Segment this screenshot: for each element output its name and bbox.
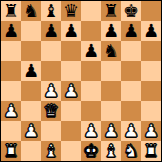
square-b5[interactable]: ♟ <box>21 61 41 81</box>
square-b3[interactable] <box>21 101 41 121</box>
white-bishop-piece: ♝ <box>103 141 119 161</box>
square-h5[interactable] <box>141 61 161 81</box>
square-e4[interactable] <box>81 81 101 101</box>
square-a4[interactable] <box>1 81 21 101</box>
square-f5[interactable] <box>101 61 121 81</box>
white-pawn-piece: ♟ <box>3 101 19 121</box>
chess-board: ♜♞♝♛♜♚♟♟♟♟♟♟♟♞♟♟♟♟♛♟♟♟♟♟♜♝♚♝♞♜ <box>0 0 162 162</box>
square-a6[interactable] <box>1 41 21 61</box>
square-c7[interactable]: ♟ <box>41 21 61 41</box>
square-f2[interactable]: ♟ <box>101 121 121 141</box>
black-king-piece: ♚ <box>123 1 139 21</box>
square-c1[interactable]: ♝ <box>41 141 61 161</box>
black-pawn-piece: ♟ <box>23 61 39 81</box>
square-g7[interactable]: ♟ <box>121 21 141 41</box>
square-a1[interactable]: ♜ <box>1 141 21 161</box>
square-e1[interactable]: ♚ <box>81 141 101 161</box>
square-g2[interactable]: ♟ <box>121 121 141 141</box>
square-b4[interactable] <box>21 81 41 101</box>
square-h8[interactable] <box>141 1 161 21</box>
square-e6[interactable]: ♟ <box>81 41 101 61</box>
square-b7[interactable] <box>21 21 41 41</box>
square-c3[interactable]: ♛ <box>41 101 61 121</box>
square-d6[interactable] <box>61 41 81 61</box>
black-knight-piece: ♞ <box>103 41 119 61</box>
white-king-piece: ♚ <box>83 141 99 161</box>
square-h1[interactable]: ♜ <box>141 141 161 161</box>
square-e3[interactable] <box>81 101 101 121</box>
black-queen-piece: ♛ <box>63 1 79 21</box>
white-pawn-piece: ♟ <box>63 81 79 101</box>
square-h3[interactable] <box>141 101 161 121</box>
square-d8[interactable]: ♛ <box>61 1 81 21</box>
black-pawn-piece: ♟ <box>3 21 19 41</box>
white-pawn-piece: ♟ <box>143 121 159 141</box>
square-b2[interactable]: ♟ <box>21 121 41 141</box>
square-c2[interactable] <box>41 121 61 141</box>
square-a2[interactable] <box>1 121 21 141</box>
black-pawn-piece: ♟ <box>103 21 119 41</box>
white-pawn-piece: ♟ <box>43 81 59 101</box>
black-knight-piece: ♞ <box>23 1 39 21</box>
square-b8[interactable]: ♞ <box>21 1 41 21</box>
square-d5[interactable] <box>61 61 81 81</box>
square-e7[interactable] <box>81 21 101 41</box>
square-h7[interactable]: ♟ <box>141 21 161 41</box>
square-g1[interactable]: ♞ <box>121 141 141 161</box>
white-bishop-piece: ♝ <box>43 141 59 161</box>
black-pawn-piece: ♟ <box>143 21 159 41</box>
square-f7[interactable]: ♟ <box>101 21 121 41</box>
square-g8[interactable]: ♚ <box>121 1 141 21</box>
square-f4[interactable] <box>101 81 121 101</box>
square-e5[interactable] <box>81 61 101 81</box>
square-c4[interactable]: ♟ <box>41 81 61 101</box>
square-b1[interactable] <box>21 141 41 161</box>
square-a3[interactable]: ♟ <box>1 101 21 121</box>
black-bishop-piece: ♝ <box>43 1 59 21</box>
square-g5[interactable] <box>121 61 141 81</box>
black-pawn-piece: ♟ <box>123 21 139 41</box>
square-e2[interactable]: ♟ <box>81 121 101 141</box>
white-pawn-piece: ♟ <box>123 121 139 141</box>
square-e8[interactable] <box>81 1 101 21</box>
square-a5[interactable] <box>1 61 21 81</box>
square-f3[interactable] <box>101 101 121 121</box>
square-c5[interactable] <box>41 61 61 81</box>
white-pawn-piece: ♟ <box>23 121 39 141</box>
white-knight-piece: ♞ <box>123 141 139 161</box>
white-pawn-piece: ♟ <box>103 121 119 141</box>
square-h6[interactable] <box>141 41 161 61</box>
black-pawn-piece: ♟ <box>63 21 79 41</box>
square-g4[interactable] <box>121 81 141 101</box>
square-g3[interactable] <box>121 101 141 121</box>
black-rook-piece: ♜ <box>3 1 19 21</box>
square-d3[interactable] <box>61 101 81 121</box>
square-a8[interactable]: ♜ <box>1 1 21 21</box>
square-d7[interactable]: ♟ <box>61 21 81 41</box>
black-pawn-piece: ♟ <box>83 41 99 61</box>
square-d1[interactable] <box>61 141 81 161</box>
square-a7[interactable]: ♟ <box>1 21 21 41</box>
white-pawn-piece: ♟ <box>83 121 99 141</box>
square-d2[interactable] <box>61 121 81 141</box>
white-rook-piece: ♜ <box>3 141 19 161</box>
black-pawn-piece: ♟ <box>43 21 59 41</box>
square-h4[interactable] <box>141 81 161 101</box>
square-b6[interactable] <box>21 41 41 61</box>
square-c6[interactable] <box>41 41 61 61</box>
square-f6[interactable]: ♞ <box>101 41 121 61</box>
white-rook-piece: ♜ <box>143 141 159 161</box>
black-rook-piece: ♜ <box>103 1 119 21</box>
white-queen-piece: ♛ <box>43 101 59 121</box>
square-d4[interactable]: ♟ <box>61 81 81 101</box>
square-f8[interactable]: ♜ <box>101 1 121 21</box>
square-f1[interactable]: ♝ <box>101 141 121 161</box>
square-g6[interactable] <box>121 41 141 61</box>
square-c8[interactable]: ♝ <box>41 1 61 21</box>
square-h2[interactable]: ♟ <box>141 121 161 141</box>
